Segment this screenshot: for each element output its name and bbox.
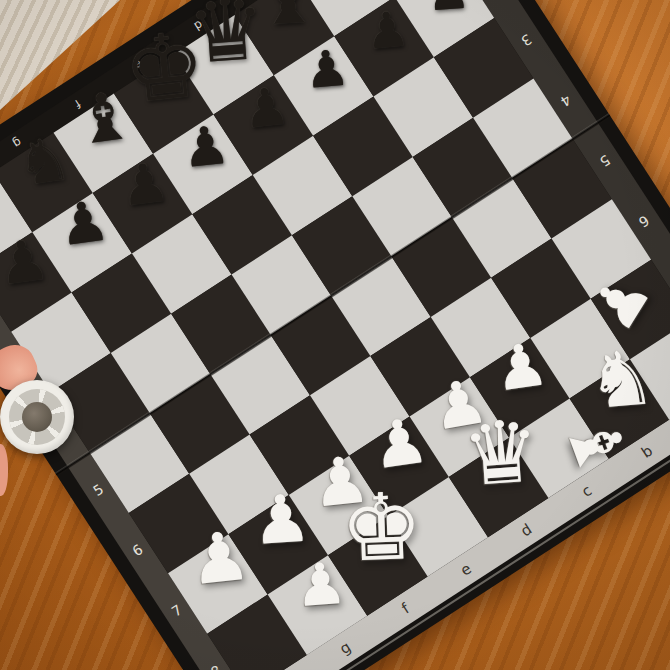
piece-black-pawn-g2[interactable]: ♟ [55, 192, 113, 254]
piece-black-pawn-d2[interactable]: ♟ [240, 79, 292, 136]
piece-white-pawn-h7[interactable]: ♟ [186, 522, 254, 596]
held-piece[interactable] [0, 346, 94, 506]
piece-white-pawn-g7[interactable]: ♟ [250, 485, 314, 555]
piece-black-pawn-e2[interactable]: ♟ [179, 118, 232, 176]
piece-black-pawn-h2[interactable]: ♟ [0, 230, 53, 294]
piece-black-bishop-c1[interactable]: ♝ [256, 0, 320, 36]
piece-white-queen-d8[interactable]: ♛ [460, 407, 543, 498]
piece-white-pawn-e7[interactable]: ♟ [368, 408, 433, 478]
piece-black-bishop-f1[interactable]: ♝ [70, 82, 138, 156]
piece-black-king-e1[interactable]: ♚ [120, 19, 210, 117]
piece-white-pawn-c7[interactable]: ♟ [490, 333, 552, 400]
piece-white-pawn-g8[interactable]: ♟ [293, 554, 349, 615]
fingertip [0, 444, 8, 496]
piece-white-king-f8[interactable]: ♚ [339, 481, 425, 576]
piece-black-knight-g1[interactable]: ♞ [13, 128, 75, 195]
piece-black-pawn-f2[interactable]: ♟ [117, 154, 173, 215]
piece-black-pawn-c2[interactable]: ♟ [302, 43, 351, 97]
held-piece-base[interactable] [0, 380, 74, 454]
magnet-icon [22, 402, 52, 432]
piece-black-pawn-a2[interactable]: ♟ [425, 0, 471, 17]
piece-black-pawn-b2[interactable]: ♟ [363, 4, 411, 57]
